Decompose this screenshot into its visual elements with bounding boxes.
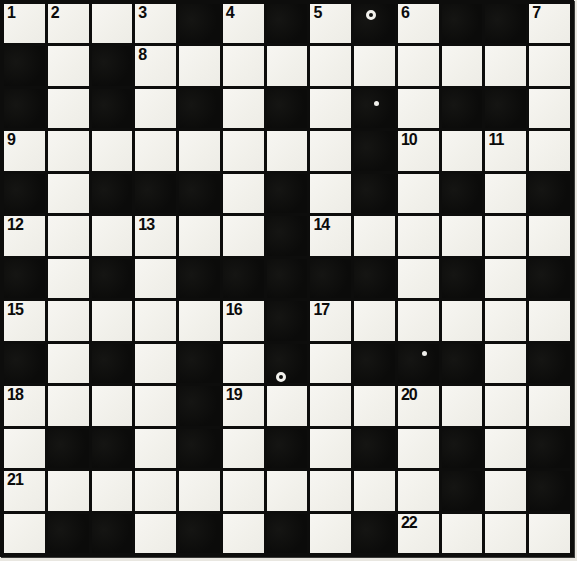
cell-r10c6-black — [267, 429, 308, 468]
cell-r7c10-white[interactable] — [442, 301, 483, 340]
cell-r4c10-black — [442, 174, 483, 213]
cell-r10c10-black — [442, 429, 483, 468]
cell-r12c5-white[interactable] — [223, 514, 264, 553]
clue-number-2: 2 — [51, 4, 59, 22]
cell-r2c8-black — [354, 89, 395, 128]
clue-number-7: 7 — [532, 4, 540, 22]
cell-r1c5-white[interactable] — [223, 46, 264, 85]
cell-r9c5-white[interactable]: 19 — [223, 386, 264, 425]
cell-r3c6-white[interactable] — [267, 131, 308, 170]
cell-r11c6-white[interactable] — [267, 471, 308, 510]
cell-r3c11-white[interactable]: 11 — [485, 131, 526, 170]
clue-number-12: 12 — [7, 216, 23, 234]
cell-r0c10-black — [442, 4, 483, 43]
cell-r4c6-black — [267, 174, 308, 213]
cell-r10c12-black — [529, 429, 570, 468]
cell-r10c11-white[interactable] — [485, 429, 526, 468]
cell-r9c12-white[interactable] — [529, 386, 570, 425]
scan-artifact — [374, 101, 379, 106]
cell-r7c3-white[interactable] — [135, 301, 176, 340]
cell-r11c10-black — [442, 471, 483, 510]
cell-r6c12-black — [529, 259, 570, 298]
cell-r11c9-white[interactable] — [398, 471, 439, 510]
cell-r7c6-black — [267, 301, 308, 340]
cell-r0c9-white[interactable]: 6 — [398, 4, 439, 43]
cell-r2c7-white[interactable] — [310, 89, 351, 128]
cell-r1c10-white[interactable] — [442, 46, 483, 85]
cell-r1c2-black — [92, 46, 133, 85]
clue-number-9: 9 — [7, 131, 15, 149]
cell-r7c7-white[interactable]: 17 — [310, 301, 351, 340]
clue-number-21: 21 — [7, 471, 23, 489]
cell-r1c1-white[interactable] — [48, 46, 89, 85]
cell-r5c4-white[interactable] — [179, 216, 220, 255]
cell-r7c12-white[interactable] — [529, 301, 570, 340]
cell-r9c0-white[interactable]: 18 — [4, 386, 45, 425]
cell-r2c6-black — [267, 89, 308, 128]
cell-r0c4-black — [179, 4, 220, 43]
cell-r4c4-black — [179, 174, 220, 213]
cell-r10c3-white[interactable] — [135, 429, 176, 468]
cell-r11c2-white[interactable] — [92, 471, 133, 510]
cell-r1c0-black — [4, 46, 45, 85]
cell-r9c8-white[interactable] — [354, 386, 395, 425]
clue-number-14: 14 — [313, 216, 329, 234]
cell-r8c11-white[interactable] — [485, 344, 526, 383]
cell-r11c1-white[interactable] — [48, 471, 89, 510]
crossword-board: 12345678910111213141516171819202122 — [0, 0, 574, 557]
cell-r8c7-white[interactable] — [310, 344, 351, 383]
cell-r1c3-white[interactable]: 8 — [135, 46, 176, 85]
cell-r3c9-white[interactable]: 10 — [398, 131, 439, 170]
cell-r11c11-white[interactable] — [485, 471, 526, 510]
clue-number-19: 19 — [226, 386, 242, 404]
cell-r6c2-black — [92, 259, 133, 298]
cell-r5c1-white[interactable] — [48, 216, 89, 255]
crossword-page: 12345678910111213141516171819202122 — [0, 0, 577, 561]
cell-r12c12-white[interactable] — [529, 514, 570, 553]
cell-r3c12-white[interactable] — [529, 131, 570, 170]
cell-r5c8-white[interactable] — [354, 216, 395, 255]
cell-r9c4-black — [179, 386, 220, 425]
clue-number-4: 4 — [226, 4, 234, 22]
cell-r6c9-white[interactable] — [398, 259, 439, 298]
cell-r6c11-white[interactable] — [485, 259, 526, 298]
cell-r3c8-black — [354, 131, 395, 170]
cell-r9c11-white[interactable] — [485, 386, 526, 425]
cell-r12c1-black — [48, 514, 89, 553]
cell-r12c10-white[interactable] — [442, 514, 483, 553]
cell-r4c9-white[interactable] — [398, 174, 439, 213]
cell-r7c2-white[interactable] — [92, 301, 133, 340]
cell-r2c5-white[interactable] — [223, 89, 264, 128]
clue-number-13: 13 — [138, 216, 154, 234]
clue-number-15: 15 — [7, 301, 23, 319]
cell-r12c9-white[interactable]: 22 — [398, 514, 439, 553]
cell-r11c12-black — [529, 471, 570, 510]
cell-r0c0-white[interactable]: 1 — [4, 4, 45, 43]
cell-r11c5-white[interactable] — [223, 471, 264, 510]
cell-r5c3-white[interactable]: 13 — [135, 216, 176, 255]
cell-r5c10-white[interactable] — [442, 216, 483, 255]
scan-artifact — [422, 351, 427, 356]
cell-r1c12-white[interactable] — [529, 46, 570, 85]
cell-r4c8-black — [354, 174, 395, 213]
clue-number-22: 22 — [401, 514, 417, 532]
cell-r3c7-white[interactable] — [310, 131, 351, 170]
cell-r9c2-white[interactable] — [92, 386, 133, 425]
cell-r2c3-white[interactable] — [135, 89, 176, 128]
cell-r4c7-white[interactable] — [310, 174, 351, 213]
scan-artifact — [276, 372, 286, 382]
cell-r7c11-white[interactable] — [485, 301, 526, 340]
cell-r5c7-white[interactable]: 14 — [310, 216, 351, 255]
cell-r2c10-black — [442, 89, 483, 128]
cell-r1c9-white[interactable] — [398, 46, 439, 85]
cell-r11c4-white[interactable] — [179, 471, 220, 510]
cell-r12c6-black — [267, 514, 308, 553]
cell-r8c10-black — [442, 344, 483, 383]
cell-r1c8-white[interactable] — [354, 46, 395, 85]
cell-r7c8-white[interactable] — [354, 301, 395, 340]
cell-r2c11-black — [485, 89, 526, 128]
cell-r5c11-white[interactable] — [485, 216, 526, 255]
cell-r2c0-black — [4, 89, 45, 128]
cell-r5c12-white[interactable] — [529, 216, 570, 255]
cell-r5c6-black — [267, 216, 308, 255]
cell-r3c1-white[interactable] — [48, 131, 89, 170]
clue-number-8: 8 — [138, 46, 146, 64]
cell-r1c7-white[interactable] — [310, 46, 351, 85]
cell-r6c10-black — [442, 259, 483, 298]
cell-r0c3-white[interactable]: 3 — [135, 4, 176, 43]
cell-r10c2-black — [92, 429, 133, 468]
cell-r7c1-white[interactable] — [48, 301, 89, 340]
cell-r10c5-white[interactable] — [223, 429, 264, 468]
cell-r8c2-black — [92, 344, 133, 383]
cell-r10c7-white[interactable] — [310, 429, 351, 468]
cell-r3c0-white[interactable]: 9 — [4, 131, 45, 170]
cell-r7c4-white[interactable] — [179, 301, 220, 340]
cell-r8c5-white[interactable] — [223, 344, 264, 383]
cell-r3c4-white[interactable] — [179, 131, 220, 170]
cell-r8c1-white[interactable] — [48, 344, 89, 383]
cell-r5c9-white[interactable] — [398, 216, 439, 255]
cell-r12c3-white[interactable] — [135, 514, 176, 553]
cell-r9c10-white[interactable] — [442, 386, 483, 425]
cell-r3c3-white[interactable] — [135, 131, 176, 170]
cell-r11c0-white[interactable]: 21 — [4, 471, 45, 510]
cell-r9c1-white[interactable] — [48, 386, 89, 425]
cell-r4c11-white[interactable] — [485, 174, 526, 213]
cell-r6c1-white[interactable] — [48, 259, 89, 298]
cell-r0c12-white[interactable]: 7 — [529, 4, 570, 43]
clue-number-17: 17 — [313, 301, 329, 319]
cell-r8c0-black — [4, 344, 45, 383]
cell-r1c11-white[interactable] — [485, 46, 526, 85]
cell-r1c4-white[interactable] — [179, 46, 220, 85]
cell-r8c9-black — [398, 344, 439, 383]
cell-r8c12-black — [529, 344, 570, 383]
cell-r10c4-black — [179, 429, 220, 468]
cell-r8c8-black — [354, 344, 395, 383]
cell-r10c1-black — [48, 429, 89, 468]
cell-r2c1-white[interactable] — [48, 89, 89, 128]
clue-number-6: 6 — [401, 4, 409, 22]
cell-r7c5-white[interactable]: 16 — [223, 301, 264, 340]
cell-r0c8-black — [354, 4, 395, 43]
cell-r6c4-black — [179, 259, 220, 298]
cell-r8c6-black — [267, 344, 308, 383]
cell-r9c6-white[interactable] — [267, 386, 308, 425]
cell-r4c12-black — [529, 174, 570, 213]
cell-r7c9-white[interactable] — [398, 301, 439, 340]
cell-r4c0-black — [4, 174, 45, 213]
cell-r6c6-black — [267, 259, 308, 298]
cell-r3c2-white[interactable] — [92, 131, 133, 170]
cell-r6c5-black — [223, 259, 264, 298]
cell-r12c11-white[interactable] — [485, 514, 526, 553]
cell-r8c4-black — [179, 344, 220, 383]
cell-r0c7-white[interactable]: 5 — [310, 4, 351, 43]
clue-number-3: 3 — [138, 4, 146, 22]
clue-number-5: 5 — [313, 4, 321, 22]
cell-r5c5-white[interactable] — [223, 216, 264, 255]
cell-r0c1-white[interactable]: 2 — [48, 4, 89, 43]
cell-r4c2-black — [92, 174, 133, 213]
cell-r10c0-white[interactable] — [4, 429, 45, 468]
cell-r9c9-white[interactable]: 20 — [398, 386, 439, 425]
cell-r3c5-white[interactable] — [223, 131, 264, 170]
cell-r7c0-white[interactable]: 15 — [4, 301, 45, 340]
cell-r0c5-white[interactable]: 4 — [223, 4, 264, 43]
cell-r12c0-white[interactable] — [4, 514, 45, 553]
cell-r4c3-black — [135, 174, 176, 213]
cell-r4c5-white[interactable] — [223, 174, 264, 213]
cell-r2c9-white[interactable] — [398, 89, 439, 128]
cell-r11c8-white[interactable] — [354, 471, 395, 510]
cell-r11c7-white[interactable] — [310, 471, 351, 510]
cell-r2c12-white[interactable] — [529, 89, 570, 128]
cell-r0c6-black — [267, 4, 308, 43]
cell-r5c0-white[interactable]: 12 — [4, 216, 45, 255]
clue-number-1: 1 — [7, 4, 15, 22]
cell-r11c3-white[interactable] — [135, 471, 176, 510]
cell-r9c7-white[interactable] — [310, 386, 351, 425]
cell-r12c2-black — [92, 514, 133, 553]
cell-r12c4-black — [179, 514, 220, 553]
cell-r2c2-black — [92, 89, 133, 128]
cell-r0c2-white[interactable] — [92, 4, 133, 43]
cell-r12c8-black — [354, 514, 395, 553]
cell-r0c11-black — [485, 4, 526, 43]
cell-r1c6-white[interactable] — [267, 46, 308, 85]
cell-r10c8-black — [354, 429, 395, 468]
cell-r2c4-black — [179, 89, 220, 128]
cell-r8c3-white[interactable] — [135, 344, 176, 383]
clue-number-18: 18 — [7, 386, 23, 404]
cell-r3c10-white[interactable] — [442, 131, 483, 170]
cell-r6c3-white[interactable] — [135, 259, 176, 298]
cell-r10c9-white[interactable] — [398, 429, 439, 468]
cell-r6c7-black — [310, 259, 351, 298]
clue-number-11: 11 — [488, 131, 503, 149]
cell-r4c1-white[interactable] — [48, 174, 89, 213]
cell-r9c3-white[interactable] — [135, 386, 176, 425]
clue-number-20: 20 — [401, 386, 417, 404]
scan-artifact — [366, 10, 376, 20]
cell-r5c2-white[interactable] — [92, 216, 133, 255]
clue-number-16: 16 — [226, 301, 242, 319]
cell-r12c7-white[interactable] — [310, 514, 351, 553]
cell-r6c8-black — [354, 259, 395, 298]
cell-r6c0-black — [4, 259, 45, 298]
clue-number-10: 10 — [401, 131, 417, 149]
